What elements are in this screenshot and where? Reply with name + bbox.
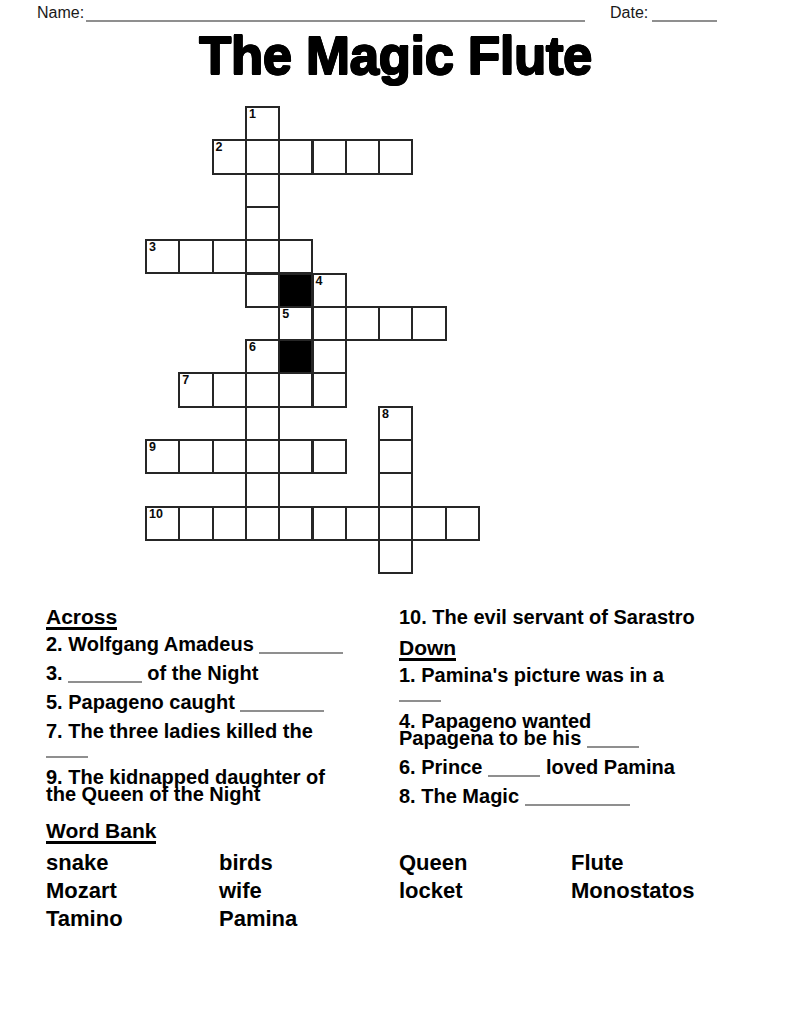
answer-cell-r12c8[interactable] — [411, 506, 446, 541]
name-blank-line[interactable] — [86, 20, 585, 22]
answer-cell-r3c3[interactable] — [245, 206, 280, 241]
answer-cell-r4c2[interactable] — [212, 239, 247, 274]
answer-cell-r8c1[interactable]: 7 — [178, 372, 213, 407]
answer-blank[interactable] — [488, 765, 541, 777]
name-label: Name: — [37, 4, 84, 22]
word-bank: Word Bank snakeMozartTaminobirdswifePami… — [46, 820, 766, 933]
across-clue-list: 2. Wolfgang Amadeus 3. of the Night5. Pa… — [46, 636, 394, 803]
answer-cell-r5c5[interactable]: 4 — [312, 273, 347, 308]
answer-cell-r12c4[interactable] — [278, 506, 313, 541]
down-clues-column: 10. The evil servant of Sarastro Down 1.… — [399, 609, 771, 817]
answer-blank[interactable] — [399, 690, 441, 702]
across-clue-7: 7. The three ladies killed the — [46, 723, 394, 758]
answer-cell-r11c7[interactable] — [378, 472, 413, 507]
cell-number-6: 6 — [249, 341, 256, 354]
answer-blank[interactable] — [68, 671, 142, 683]
clue-line — [399, 684, 771, 702]
cell-number-5: 5 — [282, 308, 289, 321]
cell-number-4: 4 — [316, 275, 323, 288]
answer-cell-r12c6[interactable] — [345, 506, 380, 541]
clue-line: 3. of the Night — [46, 665, 394, 683]
clue-line: 8. The Magic — [399, 788, 771, 806]
across-heading: Across — [46, 606, 117, 630]
answer-cell-r8c2[interactable] — [212, 372, 247, 407]
word-bank-word-tamino: Tamino — [46, 905, 219, 933]
word-bank-word-locket: locket — [399, 877, 571, 905]
page-title: The Magic Flute — [0, 29, 791, 82]
clue-line: the Queen of the Night — [46, 786, 394, 803]
answer-cell-r1c4[interactable] — [278, 139, 313, 174]
answer-cell-r10c7[interactable] — [378, 439, 413, 474]
crossword-grid: 12345678910 — [145, 106, 482, 576]
word-bank-word-pamina: Pamina — [219, 905, 399, 933]
down-clue-8: 8. The Magic — [399, 788, 771, 806]
across-clues-column: Across 2. Wolfgang Amadeus 3. of the Nig… — [46, 606, 394, 814]
cell-number-8: 8 — [382, 408, 389, 421]
word-bank-word-queen: Queen — [399, 849, 571, 877]
answer-cell-r9c7[interactable]: 8 — [378, 406, 413, 441]
clue-line: 6. Prince loved Pamina — [399, 759, 771, 777]
answer-blank[interactable] — [525, 794, 630, 806]
answer-cell-r10c2[interactable] — [212, 439, 247, 474]
answer-blank[interactable] — [46, 746, 88, 758]
clue-line: Papagena to be his — [399, 730, 771, 748]
down-clue-6: 6. Prince loved Pamina — [399, 759, 771, 777]
answer-blank[interactable] — [240, 700, 324, 712]
answer-cell-r1c5[interactable] — [312, 139, 347, 174]
answer-cell-r10c0[interactable]: 9 — [145, 439, 180, 474]
answer-cell-r7c5[interactable] — [312, 339, 347, 374]
answer-cell-r1c6[interactable] — [345, 139, 380, 174]
across-overflow-clue-list: 10. The evil servant of Sarastro — [399, 609, 771, 626]
across-clue-5: 5. Papageno caught — [46, 694, 394, 712]
answer-cell-r2c3[interactable] — [245, 173, 280, 208]
answer-blank[interactable] — [587, 736, 640, 748]
answer-cell-r4c1[interactable] — [178, 239, 213, 274]
across-clue-9: 9. The kidnapped daughter ofthe Queen of… — [46, 769, 394, 803]
word-bank-word-monostatos: Monostatos — [571, 877, 766, 905]
black-cell-r5c4 — [278, 273, 313, 308]
down-clue-4: 4. Papageno wantedPapagena to be his — [399, 713, 771, 748]
clue-line — [46, 740, 394, 758]
word-bank-column-3: Queenlocket — [399, 849, 571, 933]
answer-cell-r12c1[interactable] — [178, 506, 213, 541]
answer-cell-r6c5[interactable] — [312, 306, 347, 341]
answer-cell-r6c4[interactable]: 5 — [278, 306, 313, 341]
answer-cell-r9c3[interactable] — [245, 406, 280, 441]
cell-number-2: 2 — [216, 141, 223, 154]
answer-cell-r10c1[interactable] — [178, 439, 213, 474]
across-clue-10: 10. The evil servant of Sarastro — [399, 609, 771, 626]
down-heading: Down — [399, 637, 456, 661]
answer-cell-r8c3[interactable] — [245, 372, 280, 407]
across-clue-3: 3. of the Night — [46, 665, 394, 683]
answer-blank[interactable] — [259, 642, 343, 654]
answer-cell-r12c2[interactable] — [212, 506, 247, 541]
answer-cell-r5c3[interactable] — [245, 273, 280, 308]
cell-number-7: 7 — [182, 374, 189, 387]
answer-cell-r12c3[interactable] — [245, 506, 280, 541]
answer-cell-r13c7[interactable] — [378, 539, 413, 574]
cell-number-1: 1 — [249, 108, 256, 121]
clue-line: 7. The three ladies killed the — [46, 723, 394, 740]
answer-cell-r12c7[interactable] — [378, 506, 413, 541]
answer-cell-r6c6[interactable] — [345, 306, 380, 341]
answer-cell-r4c4[interactable] — [278, 239, 313, 274]
answer-cell-r10c3[interactable] — [245, 439, 280, 474]
answer-cell-r4c3[interactable] — [245, 239, 280, 274]
word-bank-column-2: birdswifePamina — [219, 849, 399, 933]
word-bank-word-flute: Flute — [571, 849, 766, 877]
down-clue-list: 1. Pamina's picture was in a4. Papageno … — [399, 667, 771, 806]
word-bank-column-4: FluteMonostatos — [571, 849, 766, 933]
answer-cell-r6c8[interactable] — [411, 306, 446, 341]
clue-line: 2. Wolfgang Amadeus — [46, 636, 394, 654]
answer-cell-r10c5[interactable] — [312, 439, 347, 474]
cell-number-9: 9 — [149, 441, 156, 454]
word-bank-column-1: snakeMozartTamino — [46, 849, 219, 933]
answer-cell-r12c0[interactable]: 10 — [145, 506, 180, 541]
answer-cell-r6c7[interactable] — [378, 306, 413, 341]
answer-cell-r1c2[interactable]: 2 — [212, 139, 247, 174]
answer-cell-r12c5[interactable] — [312, 506, 347, 541]
word-bank-heading: Word Bank — [46, 820, 156, 844]
answer-cell-r8c4[interactable] — [278, 372, 313, 407]
word-bank-word-birds: birds — [219, 849, 399, 877]
word-bank-word-wife: wife — [219, 877, 399, 905]
answer-cell-r1c3[interactable] — [245, 139, 280, 174]
worksheet-page: Name: Date: The Magic Flute 12345678910 … — [0, 0, 791, 1024]
word-bank-word-mozart: Mozart — [46, 877, 219, 905]
word-bank-word-snake: snake — [46, 849, 219, 877]
clue-line: 10. The evil servant of Sarastro — [399, 609, 771, 626]
answer-cell-r11c3[interactable] — [245, 472, 280, 507]
answer-cell-r7c3[interactable]: 6 — [245, 339, 280, 374]
word-bank-columns: snakeMozartTaminobirdswifePaminaQueenloc… — [46, 849, 766, 933]
answer-cell-r12c9[interactable] — [445, 506, 480, 541]
cell-number-10: 10 — [149, 508, 163, 521]
across-clue-2: 2. Wolfgang Amadeus — [46, 636, 394, 654]
answer-cell-r1c7[interactable] — [378, 139, 413, 174]
answer-cell-r0c3[interactable]: 1 — [245, 106, 280, 141]
down-clue-1: 1. Pamina's picture was in a — [399, 667, 771, 702]
clue-line: 1. Pamina's picture was in a — [399, 667, 771, 684]
cell-number-3: 3 — [149, 241, 156, 254]
black-cell-r7c4 — [278, 339, 313, 374]
clue-line: 5. Papageno caught — [46, 694, 394, 712]
date-blank-line[interactable] — [652, 20, 717, 22]
answer-cell-r4c0[interactable]: 3 — [145, 239, 180, 274]
answer-cell-r8c5[interactable] — [312, 372, 347, 407]
date-label: Date: — [610, 4, 648, 22]
answer-cell-r10c4[interactable] — [278, 439, 313, 474]
